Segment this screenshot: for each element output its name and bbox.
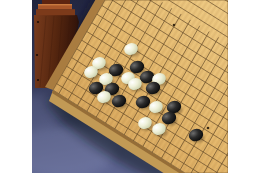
star-point [173,24,176,27]
box-nail [36,54,38,56]
box-lid [42,0,70,5]
screenshot-canvas [0,0,260,173]
go-scene [32,0,228,173]
go-photo [32,0,228,173]
box-nail [37,79,39,81]
star-point [207,127,210,130]
box-nail [37,21,39,23]
